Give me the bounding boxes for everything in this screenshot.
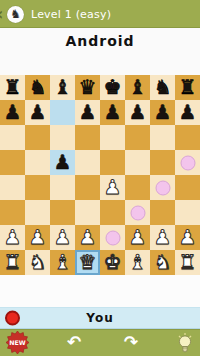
square-d8[interactable]: ♛ bbox=[75, 75, 100, 100]
black-pawn: ♟ bbox=[104, 100, 122, 125]
redo-icon[interactable]: ↷ bbox=[119, 329, 143, 356]
black-bishop: ♝ bbox=[129, 75, 147, 100]
white-pawn: ♟ bbox=[179, 225, 197, 250]
square-a4[interactable] bbox=[0, 175, 25, 200]
square-g1[interactable]: ♞ bbox=[150, 250, 175, 275]
square-g7[interactable]: ♟ bbox=[150, 100, 175, 125]
square-g2[interactable]: ♟ bbox=[150, 225, 175, 250]
square-a6[interactable] bbox=[0, 125, 25, 150]
chess-board[interactable]: ♜♞♝♛♚♝♞♜♟♟♟♟♟♟♟♟♟♟♟♟♟♟♟♟♜♞♝♛♚♝♞♜ bbox=[0, 75, 200, 275]
title-bar: ‹ ♞ Level 1 (easy) bbox=[0, 0, 200, 28]
square-e2[interactable] bbox=[100, 225, 125, 250]
square-c5[interactable]: ♟ bbox=[50, 150, 75, 175]
white-knight: ♞ bbox=[29, 250, 47, 275]
black-pawn: ♟ bbox=[79, 100, 97, 125]
square-g6[interactable] bbox=[150, 125, 175, 150]
app-logo-icon: ♞ bbox=[7, 6, 24, 23]
square-d3[interactable] bbox=[75, 200, 100, 225]
black-knight: ♞ bbox=[29, 75, 47, 100]
bottom-toolbar: NEW ↶ ↷ bbox=[0, 329, 200, 356]
white-rook: ♜ bbox=[4, 250, 22, 275]
player-name-label: You bbox=[86, 311, 113, 325]
square-h3[interactable] bbox=[175, 200, 200, 225]
square-d2[interactable]: ♟ bbox=[75, 225, 100, 250]
white-pawn: ♟ bbox=[79, 225, 97, 250]
undo-icon[interactable]: ↶ bbox=[62, 329, 86, 356]
square-d6[interactable] bbox=[75, 125, 100, 150]
black-rook: ♜ bbox=[4, 75, 22, 100]
move-hint-dot-e2[interactable] bbox=[105, 230, 120, 245]
square-a8[interactable]: ♜ bbox=[0, 75, 25, 100]
white-pawn: ♟ bbox=[54, 225, 72, 250]
white-queen: ♛ bbox=[79, 250, 97, 275]
square-a3[interactable] bbox=[0, 200, 25, 225]
square-g4[interactable] bbox=[150, 175, 175, 200]
new-game-button[interactable]: NEW bbox=[6, 331, 29, 354]
white-pawn: ♟ bbox=[104, 175, 122, 200]
opponent-strip: Android bbox=[0, 28, 200, 75]
square-b7[interactable]: ♟ bbox=[25, 100, 50, 125]
square-f2[interactable]: ♟ bbox=[125, 225, 150, 250]
square-b1[interactable]: ♞ bbox=[25, 250, 50, 275]
square-h8[interactable]: ♜ bbox=[175, 75, 200, 100]
white-bishop: ♝ bbox=[54, 250, 72, 275]
square-b6[interactable] bbox=[25, 125, 50, 150]
black-pawn: ♟ bbox=[54, 150, 72, 175]
square-b2[interactable]: ♟ bbox=[25, 225, 50, 250]
square-d7[interactable]: ♟ bbox=[75, 100, 100, 125]
square-a5[interactable] bbox=[0, 150, 25, 175]
player-bar: You bbox=[0, 307, 200, 329]
square-c1[interactable]: ♝ bbox=[50, 250, 75, 275]
square-a1[interactable]: ♜ bbox=[0, 250, 25, 275]
black-pawn: ♟ bbox=[154, 100, 172, 125]
square-g3[interactable] bbox=[150, 200, 175, 225]
white-rook: ♜ bbox=[179, 250, 197, 275]
black-rook: ♜ bbox=[179, 75, 197, 100]
square-b5[interactable] bbox=[25, 150, 50, 175]
square-b8[interactable]: ♞ bbox=[25, 75, 50, 100]
square-h6[interactable] bbox=[175, 125, 200, 150]
white-king: ♚ bbox=[104, 250, 122, 275]
square-f7[interactable]: ♟ bbox=[125, 100, 150, 125]
square-g5[interactable] bbox=[150, 150, 175, 175]
hint-lightbulb-icon[interactable] bbox=[176, 332, 194, 354]
square-c7[interactable] bbox=[50, 100, 75, 125]
square-e1[interactable]: ♚ bbox=[100, 250, 125, 275]
square-f6[interactable] bbox=[125, 125, 150, 150]
square-e5[interactable] bbox=[100, 150, 125, 175]
square-h5[interactable] bbox=[175, 150, 200, 175]
back-icon[interactable]: ‹ bbox=[0, 0, 6, 28]
square-g8[interactable]: ♞ bbox=[150, 75, 175, 100]
square-d5[interactable] bbox=[75, 150, 100, 175]
white-pawn: ♟ bbox=[129, 225, 147, 250]
square-h7[interactable]: ♟ bbox=[175, 100, 200, 125]
square-h2[interactable]: ♟ bbox=[175, 225, 200, 250]
black-king: ♚ bbox=[104, 75, 122, 100]
move-hint-dot-h5[interactable] bbox=[180, 155, 195, 170]
square-b4[interactable] bbox=[25, 175, 50, 200]
square-h1[interactable]: ♜ bbox=[175, 250, 200, 275]
move-hint-dot-f3[interactable] bbox=[130, 205, 145, 220]
square-b3[interactable] bbox=[25, 200, 50, 225]
square-f8[interactable]: ♝ bbox=[125, 75, 150, 100]
square-f3[interactable] bbox=[125, 200, 150, 225]
square-c8[interactable]: ♝ bbox=[50, 75, 75, 100]
square-a7[interactable]: ♟ bbox=[0, 100, 25, 125]
white-knight: ♞ bbox=[154, 250, 172, 275]
black-pawn: ♟ bbox=[4, 100, 22, 125]
square-e6[interactable] bbox=[100, 125, 125, 150]
square-c3[interactable] bbox=[50, 200, 75, 225]
black-knight: ♞ bbox=[154, 75, 172, 100]
square-c6[interactable] bbox=[50, 125, 75, 150]
turn-indicator-dot bbox=[5, 311, 20, 326]
board-bottom-margin bbox=[0, 275, 200, 307]
white-pawn: ♟ bbox=[29, 225, 47, 250]
square-e3[interactable] bbox=[100, 200, 125, 225]
square-a2[interactable]: ♟ bbox=[0, 225, 25, 250]
square-e8[interactable]: ♚ bbox=[100, 75, 125, 100]
black-pawn: ♟ bbox=[29, 100, 47, 125]
black-pawn: ♟ bbox=[129, 100, 147, 125]
black-queen: ♛ bbox=[79, 75, 97, 100]
new-game-label: NEW bbox=[9, 339, 26, 346]
move-hint-dot-g4[interactable] bbox=[155, 180, 170, 195]
page-title: Level 1 (easy) bbox=[31, 8, 111, 21]
square-c4[interactable] bbox=[50, 175, 75, 200]
square-f4[interactable] bbox=[125, 175, 150, 200]
black-pawn: ♟ bbox=[179, 100, 197, 125]
opponent-name-label: Android bbox=[65, 33, 134, 49]
square-e7[interactable]: ♟ bbox=[100, 100, 125, 125]
square-d1[interactable]: ♛ bbox=[75, 250, 100, 275]
white-pawn: ♟ bbox=[4, 225, 22, 250]
square-f5[interactable] bbox=[125, 150, 150, 175]
white-bishop: ♝ bbox=[129, 250, 147, 275]
white-pawn: ♟ bbox=[154, 225, 172, 250]
square-h4[interactable] bbox=[175, 175, 200, 200]
square-d4[interactable] bbox=[75, 175, 100, 200]
square-f1[interactable]: ♝ bbox=[125, 250, 150, 275]
square-e4[interactable]: ♟ bbox=[100, 175, 125, 200]
square-c2[interactable]: ♟ bbox=[50, 225, 75, 250]
black-bishop: ♝ bbox=[54, 75, 72, 100]
